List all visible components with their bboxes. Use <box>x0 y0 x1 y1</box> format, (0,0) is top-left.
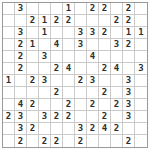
cell-r8c4[interactable] <box>39 87 51 99</box>
cell-r4c4[interactable] <box>39 39 51 51</box>
cell-r8c5: 2 <box>51 87 63 99</box>
cell-r6c8[interactable] <box>87 63 99 75</box>
cell-r2c7[interactable] <box>75 15 87 27</box>
cell-r5c8: 4 <box>87 51 99 63</box>
cell-r3c2: 3 <box>15 27 27 39</box>
cell-r5c4: 3 <box>39 51 51 63</box>
cell-r7c1: 1 <box>3 75 15 87</box>
cell-r4c6[interactable] <box>63 39 75 51</box>
cell-r11c3: 2 <box>27 123 39 135</box>
cell-r11c12[interactable] <box>135 123 147 135</box>
cell-r5c11[interactable] <box>123 51 135 63</box>
cell-r12c12[interactable] <box>135 135 147 147</box>
cell-r4c9[interactable] <box>99 39 111 51</box>
cell-r9c8: 2 <box>87 99 99 111</box>
cell-r9c10: 2 <box>111 99 123 111</box>
cell-r1c4[interactable] <box>39 3 51 15</box>
cell-r10c5: 2 <box>51 111 63 123</box>
cell-r7c10[interactable] <box>111 75 123 87</box>
cell-r11c5[interactable] <box>51 123 63 135</box>
cell-r12c1[interactable] <box>3 135 15 147</box>
cell-r4c11: 2 <box>123 39 135 51</box>
cell-r5c10[interactable] <box>111 51 123 63</box>
cell-r4c10: 3 <box>111 39 123 51</box>
cell-r11c10: 2 <box>111 123 123 135</box>
cell-r7c9[interactable] <box>99 75 111 87</box>
cell-r11c2: 3 <box>15 123 27 135</box>
cell-r8c2[interactable] <box>15 87 27 99</box>
cell-r1c11: 2 <box>123 3 135 15</box>
cell-r6c2: 2 <box>15 63 27 75</box>
cell-r3c7: 3 <box>75 27 87 39</box>
cell-r8c9: 2 <box>99 87 111 99</box>
cell-r6c1[interactable] <box>3 63 15 75</box>
cell-r9c9[interactable] <box>99 99 111 111</box>
cell-r4c3: 1 <box>27 39 39 51</box>
cell-r7c5[interactable] <box>51 75 63 87</box>
cell-r12c7: 2 <box>75 135 87 147</box>
cell-r1c6: 1 <box>63 3 75 15</box>
cell-r5c6[interactable] <box>63 51 75 63</box>
cell-r10c12[interactable] <box>135 111 147 123</box>
cell-r1c8: 2 <box>87 3 99 15</box>
cell-r11c7: 3 <box>75 123 87 135</box>
cell-r8c3[interactable] <box>27 87 39 99</box>
cell-r5c2: 2 <box>15 51 27 63</box>
cell-r3c12: 1 <box>135 27 147 39</box>
cell-r3c4: 1 <box>39 27 51 39</box>
cell-r9c11: 3 <box>123 99 135 111</box>
cell-r12c5: 2 <box>51 135 63 147</box>
cell-r4c7: 3 <box>75 39 87 51</box>
cell-r9c6: 2 <box>63 99 75 111</box>
cell-r2c1[interactable] <box>3 15 15 27</box>
cell-r11c11[interactable] <box>123 123 135 135</box>
cell-r9c7[interactable] <box>75 99 87 111</box>
cell-r11c4[interactable] <box>39 123 51 135</box>
cell-r1c9: 2 <box>99 3 111 15</box>
cell-r10c11: 3 <box>123 111 135 123</box>
cell-r1c5[interactable] <box>51 3 63 15</box>
cell-r11c6[interactable] <box>63 123 75 135</box>
cell-r9c3: 2 <box>27 99 39 111</box>
cell-r2c8[interactable] <box>87 15 99 27</box>
cell-r9c12[interactable] <box>135 99 147 111</box>
cell-r2c11: 2 <box>123 15 135 27</box>
cell-r7c4: 3 <box>39 75 51 87</box>
cell-r2c2[interactable] <box>15 15 27 27</box>
cell-r12c4: 2 <box>39 135 51 147</box>
cell-r4c8[interactable] <box>87 39 99 51</box>
cell-r8c6[interactable] <box>63 87 75 99</box>
cell-r8c11: 3 <box>123 87 135 99</box>
cell-r10c1: 2 <box>3 111 15 123</box>
cell-r6c7[interactable] <box>75 63 87 75</box>
cell-r6c4[interactable] <box>39 63 51 75</box>
cell-r6c6: 4 <box>63 63 75 75</box>
cell-r7c3: 2 <box>27 75 39 87</box>
cell-r9c4[interactable] <box>39 99 51 111</box>
cell-r5c3[interactable] <box>27 51 39 63</box>
cell-r2c12[interactable] <box>135 15 147 27</box>
cell-r5c9[interactable] <box>99 51 111 63</box>
cell-r6c11[interactable] <box>123 63 135 75</box>
cell-r6c5: 2 <box>51 63 63 75</box>
cell-r1c1[interactable] <box>3 3 15 15</box>
cell-r8c7[interactable] <box>75 87 87 99</box>
cell-r12c9[interactable] <box>99 135 111 147</box>
cell-r8c8[interactable] <box>87 87 99 99</box>
cell-r7c6[interactable] <box>63 75 75 87</box>
cell-r7c2[interactable] <box>15 75 27 87</box>
cell-r3c11: 1 <box>123 27 135 39</box>
cell-r5c1[interactable] <box>3 51 15 63</box>
cell-r12c6[interactable] <box>63 135 75 147</box>
cell-r4c2: 2 <box>15 39 27 51</box>
cell-r10c8[interactable] <box>87 111 99 123</box>
cell-r3c1[interactable] <box>3 27 15 39</box>
cell-r12c11: 2 <box>123 135 135 147</box>
cell-r11c9: 4 <box>99 123 111 135</box>
cell-r6c12: 3 <box>135 63 147 75</box>
cell-r6c3[interactable] <box>27 63 39 75</box>
cell-r12c8[interactable] <box>87 135 99 147</box>
cell-r9c1[interactable] <box>3 99 15 111</box>
cell-r5c7[interactable] <box>75 51 87 63</box>
cell-r11c1[interactable] <box>3 123 15 135</box>
cell-r1c7[interactable] <box>75 3 87 15</box>
cell-r4c1[interactable] <box>3 39 15 51</box>
cell-r10c6: 2 <box>63 111 75 123</box>
cell-r7c8: 3 <box>87 75 99 87</box>
cell-r1c3[interactable] <box>27 3 39 15</box>
cell-r8c1[interactable] <box>3 87 15 99</box>
cell-r2c5: 2 <box>51 15 63 27</box>
cell-r2c9[interactable] <box>99 15 111 27</box>
cell-r1c12[interactable] <box>135 3 147 15</box>
cell-r2c3: 2 <box>27 15 39 27</box>
cell-r2c6: 2 <box>63 15 75 27</box>
cell-r10c4: 3 <box>39 111 51 123</box>
cell-r2c4: 1 <box>39 15 51 27</box>
cell-r10c3[interactable] <box>27 111 39 123</box>
cell-r10c7[interactable] <box>75 111 87 123</box>
cell-r9c5[interactable] <box>51 99 63 111</box>
cell-r7c7: 2 <box>75 75 87 87</box>
cell-r12c10[interactable] <box>111 135 123 147</box>
cell-r3c9: 2 <box>99 27 111 39</box>
cell-r2c10: 2 <box>111 15 123 27</box>
cell-r6c9: 2 <box>99 63 111 75</box>
cell-r12c2: 2 <box>15 135 27 147</box>
cell-r9c2: 4 <box>15 99 27 111</box>
cell-r5c5[interactable] <box>51 51 63 63</box>
cell-r3c10[interactable] <box>111 27 123 39</box>
cell-r8c10[interactable] <box>111 87 123 99</box>
cell-r1c10[interactable] <box>111 3 123 15</box>
cell-r3c5[interactable] <box>51 27 63 39</box>
cell-r4c12[interactable] <box>135 39 147 51</box>
cell-r10c2: 3 <box>15 111 27 123</box>
cell-r5c12[interactable] <box>135 51 147 63</box>
cell-r12c3[interactable] <box>27 135 39 147</box>
cell-r8c12[interactable] <box>135 87 147 99</box>
cell-r4c5: 4 <box>51 39 63 51</box>
cell-r10c10[interactable] <box>111 111 123 123</box>
cell-r1c2: 3 <box>15 3 27 15</box>
puzzle-board: 3122221222231332112143322342242431232332… <box>2 2 148 148</box>
cell-r3c3[interactable] <box>27 27 39 39</box>
cell-r11c8: 2 <box>87 123 99 135</box>
cell-r7c12[interactable] <box>135 75 147 87</box>
cell-r3c6[interactable] <box>63 27 75 39</box>
cell-r6c10: 4 <box>111 63 123 75</box>
cell-r10c9: 2 <box>99 111 111 123</box>
cell-r3c8: 3 <box>87 27 99 39</box>
cell-r7c11: 3 <box>123 75 135 87</box>
